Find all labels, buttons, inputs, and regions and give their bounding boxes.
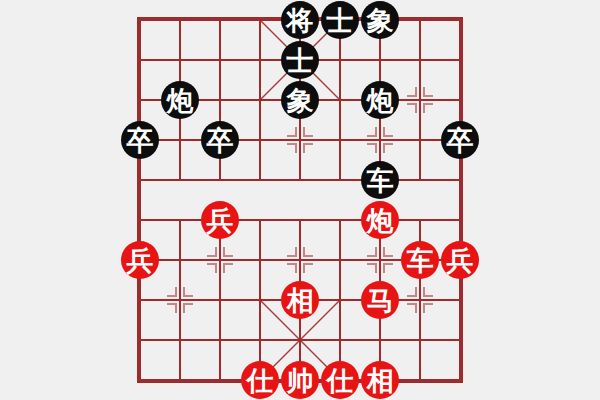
point-marker bbox=[183, 303, 193, 313]
grid-line bbox=[219, 219, 221, 381]
piece-red-advisor[interactable]: 仕 bbox=[241, 361, 279, 399]
piece-red-cannon[interactable]: 炮 bbox=[361, 201, 399, 239]
point-marker bbox=[367, 127, 377, 137]
piece-red-elephant[interactable]: 相 bbox=[361, 361, 399, 399]
piece-black-soldier[interactable]: 卒 bbox=[121, 121, 159, 159]
point-marker bbox=[383, 143, 393, 153]
piece-red-elephant[interactable]: 相 bbox=[281, 281, 319, 319]
point-marker bbox=[407, 303, 417, 313]
point-marker bbox=[423, 287, 433, 297]
piece-red-general[interactable]: 帅 bbox=[281, 361, 319, 399]
point-marker bbox=[423, 87, 433, 97]
point-marker bbox=[183, 287, 193, 297]
grid-line bbox=[259, 19, 261, 181]
point-marker bbox=[407, 87, 417, 97]
point-marker bbox=[423, 303, 433, 313]
piece-red-chariot[interactable]: 车 bbox=[401, 241, 439, 279]
point-marker bbox=[303, 247, 313, 257]
piece-red-soldier[interactable]: 兵 bbox=[441, 241, 479, 279]
point-marker bbox=[287, 127, 297, 137]
point-marker bbox=[287, 143, 297, 153]
grid-line bbox=[339, 19, 341, 181]
piece-black-elephant[interactable]: 象 bbox=[281, 81, 319, 119]
piece-red-soldier[interactable]: 兵 bbox=[201, 201, 239, 239]
grid-line bbox=[139, 19, 141, 381]
point-marker bbox=[367, 247, 377, 257]
point-marker bbox=[287, 247, 297, 257]
point-marker bbox=[207, 247, 217, 257]
piece-red-soldier[interactable]: 兵 bbox=[121, 241, 159, 279]
point-marker bbox=[383, 127, 393, 137]
grid-line bbox=[339, 219, 341, 381]
xiangqi-board[interactable]: 将士象士炮象炮卒卒卒车兵炮兵车兵相马仕帅仕相 bbox=[0, 0, 600, 400]
point-marker bbox=[367, 263, 377, 273]
point-marker bbox=[383, 247, 393, 257]
point-marker bbox=[423, 103, 433, 113]
piece-black-chariot[interactable]: 车 bbox=[361, 161, 399, 199]
point-marker bbox=[367, 143, 377, 153]
grid-line bbox=[419, 19, 421, 181]
point-marker bbox=[167, 287, 177, 297]
point-marker bbox=[407, 103, 417, 113]
point-marker bbox=[223, 247, 233, 257]
point-marker bbox=[303, 143, 313, 153]
piece-black-advisor[interactable]: 士 bbox=[321, 1, 359, 39]
piece-red-horse[interactable]: 马 bbox=[361, 281, 399, 319]
piece-black-soldier[interactable]: 卒 bbox=[201, 121, 239, 159]
piece-black-elephant[interactable]: 象 bbox=[361, 1, 399, 39]
point-marker bbox=[383, 263, 393, 273]
point-marker bbox=[287, 263, 297, 273]
point-marker bbox=[207, 263, 217, 273]
grid-line bbox=[259, 219, 261, 381]
point-marker bbox=[223, 263, 233, 273]
piece-black-soldier[interactable]: 卒 bbox=[441, 121, 479, 159]
piece-black-advisor[interactable]: 士 bbox=[281, 41, 319, 79]
point-marker bbox=[303, 127, 313, 137]
piece-red-advisor[interactable]: 仕 bbox=[321, 361, 359, 399]
piece-black-general[interactable]: 将 bbox=[281, 1, 319, 39]
piece-black-cannon[interactable]: 炮 bbox=[161, 81, 199, 119]
point-marker bbox=[407, 287, 417, 297]
grid-line bbox=[459, 19, 461, 381]
piece-black-cannon[interactable]: 炮 bbox=[361, 81, 399, 119]
point-marker bbox=[167, 303, 177, 313]
grid-line bbox=[179, 219, 181, 381]
point-marker bbox=[303, 263, 313, 273]
